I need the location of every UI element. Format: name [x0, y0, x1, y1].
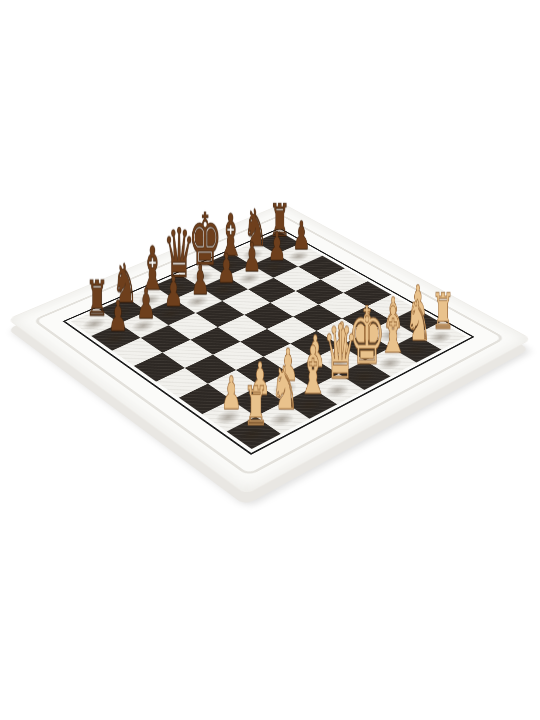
- piece-white-rook-a1[interactable]: ♜: [227, 380, 284, 434]
- piece-black-pawn-a7[interactable]: ♟: [91, 296, 143, 338]
- chess-board: ♜♞♝♛♚♝♞♜♟♟♟♟♟♟♟♟♟♟♟♟♟♟♟♟♜♞♝♛♚♝♞♜: [7, 203, 532, 495]
- square-b6[interactable]: [141, 325, 191, 352]
- product-photo-canvas: ♜♞♝♛♚♝♞♜♟♟♟♟♟♟♟♟♟♟♟♟♟♟♟♟♜♞♝♛♚♝♞♜: [0, 0, 540, 720]
- chess-scene: ♜♞♝♛♚♝♞♜♟♟♟♟♟♟♟♟♟♟♟♟♟♟♟♟♜♞♝♛♚♝♞♜: [0, 0, 540, 720]
